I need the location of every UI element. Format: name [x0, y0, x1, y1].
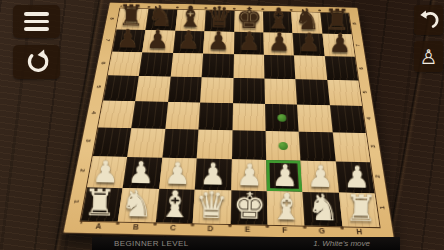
square-d4[interactable] [199, 103, 233, 131]
square-d1[interactable]: ♛ [193, 190, 231, 224]
level-label: BEGINNER LEVEL [114, 239, 189, 248]
square-b6[interactable] [139, 52, 173, 76]
rank-label-8: 8 [339, 19, 369, 28]
legal-move-dot[interactable] [277, 114, 286, 122]
white-queen-d1[interactable]: ♛ [193, 185, 231, 223]
rank-label-7: 7 [342, 40, 373, 50]
square-b1[interactable]: ♞ [118, 188, 159, 222]
square-c5[interactable] [168, 77, 202, 103]
white-bishop-c1[interactable]: ♝ [156, 184, 194, 222]
square-b7[interactable]: ♟ [143, 30, 176, 53]
move-indicator: 1. White's move [313, 239, 370, 248]
pawn-icon: ♙ [420, 47, 438, 67]
square-c1[interactable]: ♝ [156, 189, 195, 223]
undo-button[interactable] [414, 5, 443, 35]
square-d5[interactable] [200, 77, 233, 103]
chess-board-scene: 87654321 87654321 ABCDEFGH ♜♞♝♛♚♝♞♜♟♟♟♟♟… [62, 2, 395, 241]
square-f4[interactable] [265, 104, 299, 132]
square-e6[interactable] [233, 54, 264, 78]
menu-button[interactable] [13, 5, 60, 38]
square-h4[interactable] [330, 105, 366, 133]
rank-label-5: 5 [348, 87, 381, 98]
square-f5[interactable] [264, 79, 297, 105]
square-d7[interactable]: ♟ [203, 31, 234, 54]
black-pawn-e7[interactable]: ♟ [233, 24, 264, 55]
board-grid: ♜♞♝♛♚♝♞♜♟♟♟♟♟♟♟♟♟♟♟♟♟♟♟♟♜♞♝♛♚♝♞♜ [81, 9, 379, 228]
rotate-board-icon [24, 49, 50, 75]
square-b4[interactable] [132, 101, 168, 129]
status-bar: BEGINNER LEVEL 1. White's move [92, 237, 400, 250]
square-e5[interactable] [233, 78, 265, 104]
rank-label-5: 5 [83, 81, 116, 92]
black-pawn-b7[interactable]: ♟ [143, 22, 174, 53]
square-a4[interactable] [98, 100, 135, 128]
hamburger-menu-icon [24, 12, 49, 31]
black-pawn-f7[interactable]: ♟ [264, 24, 295, 55]
rank-label-6: 6 [88, 58, 120, 68]
square-d6[interactable] [202, 54, 234, 78]
play-as-pawn-button[interactable]: ♙ [414, 41, 443, 72]
undo-arrow-icon [418, 9, 440, 31]
white-bishop-f1[interactable]: ♝ [267, 187, 305, 225]
square-e7[interactable]: ♟ [233, 32, 263, 55]
square-e4[interactable] [232, 103, 265, 131]
square-f1[interactable]: ♝ [267, 191, 305, 225]
square-c6[interactable] [170, 53, 203, 77]
rotate-board-button[interactable] [13, 45, 60, 79]
legal-move-dot[interactable] [278, 141, 288, 149]
square-g4[interactable] [297, 105, 332, 133]
board-frame: 87654321 87654321 ABCDEFGH ♜♞♝♛♚♝♞♜♟♟♟♟♟… [62, 2, 395, 241]
white-rook-a1[interactable]: ♜ [81, 183, 119, 221]
square-c4[interactable] [165, 102, 200, 130]
rank-label-8: 8 [97, 14, 127, 23]
rank-label-6: 6 [345, 63, 377, 73]
square-c7[interactable]: ♟ [173, 31, 205, 54]
black-pawn-c7[interactable]: ♟ [173, 22, 204, 53]
chess-app-screen: ♙ 87654321 87654321 ABCDEFGH ♜♞♝♛♚♝♞♜♟♟♟… [0, 0, 444, 250]
white-king-e1[interactable]: ♚ [230, 186, 268, 224]
white-rook-h1[interactable]: ♜ [342, 188, 380, 226]
square-a1[interactable]: ♜ [81, 187, 123, 221]
white-knight-g1[interactable]: ♞ [305, 188, 343, 226]
square-f7[interactable]: ♟ [263, 32, 294, 55]
white-knight-b1[interactable]: ♞ [118, 184, 156, 222]
rank-label-7: 7 [93, 35, 124, 45]
square-g6[interactable] [294, 55, 327, 79]
square-b5[interactable] [136, 76, 171, 102]
black-pawn-g7[interactable]: ♟ [294, 25, 325, 56]
black-pawn-d7[interactable]: ♟ [203, 23, 234, 54]
square-h1[interactable]: ♜ [339, 193, 380, 227]
square-e1[interactable]: ♚ [230, 190, 267, 224]
square-g7[interactable]: ♟ [293, 33, 325, 56]
square-g1[interactable]: ♞ [303, 192, 342, 226]
square-f6[interactable] [264, 55, 296, 79]
square-g5[interactable] [296, 79, 330, 105]
